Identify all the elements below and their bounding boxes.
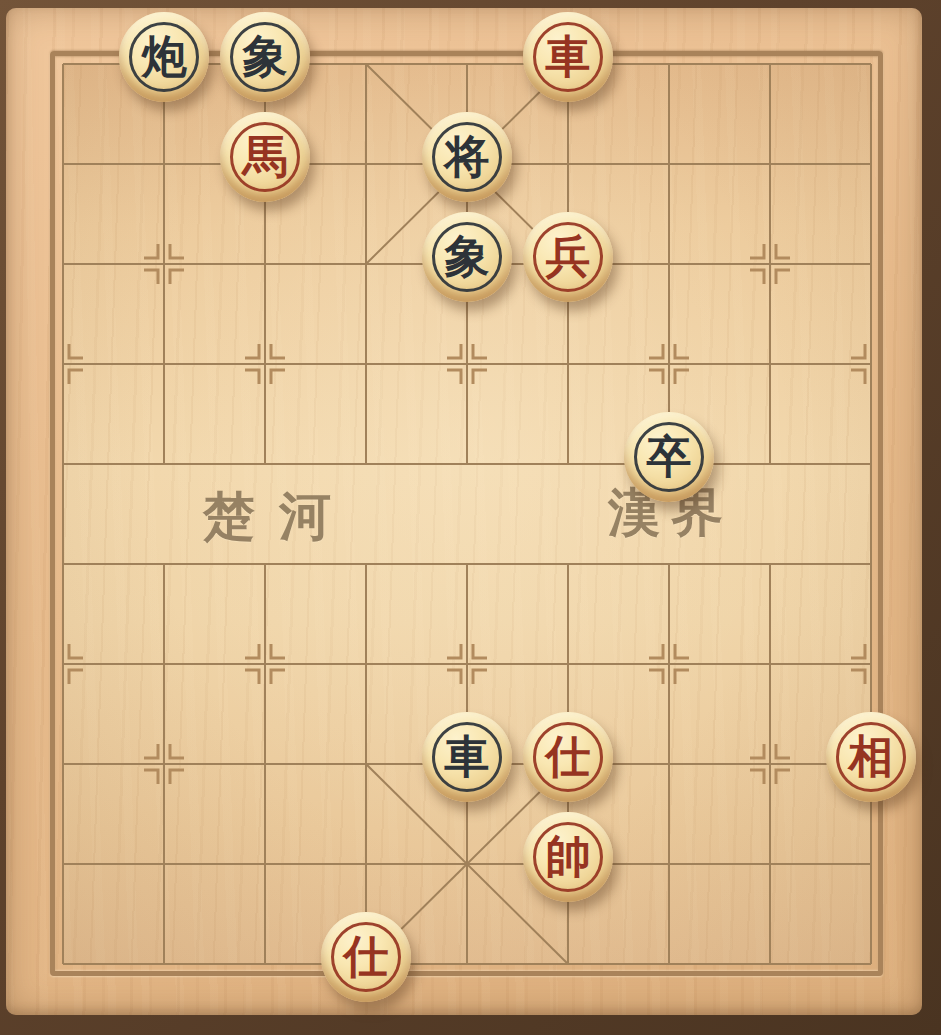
black-elephant[interactable]: 象: [422, 212, 512, 302]
black-general[interactable]: 将: [422, 112, 512, 202]
xiangqi-board[interactable]: 楚河 漢界 炮象馬車将象兵卒車仕帥相仕: [63, 64, 871, 964]
red-advisor[interactable]: 仕: [523, 712, 613, 802]
river-label-left: 楚河: [203, 488, 355, 544]
red-soldier[interactable]: 兵: [523, 212, 613, 302]
piece-glyph: 炮: [119, 12, 209, 102]
piece-glyph: 車: [422, 712, 512, 802]
piece-glyph: 兵: [523, 212, 613, 302]
red-chariot[interactable]: 車: [523, 12, 613, 102]
red-elephant[interactable]: 相: [826, 712, 916, 802]
piece-glyph: 仕: [523, 712, 613, 802]
piece-glyph: 将: [422, 112, 512, 202]
piece-glyph: 卒: [624, 412, 714, 502]
black-chariot[interactable]: 車: [422, 712, 512, 802]
piece-glyph: 車: [523, 12, 613, 102]
xiangqi-app: 楚河 漢界 炮象馬車将象兵卒車仕帥相仕: [0, 0, 941, 1035]
black-cannon[interactable]: 炮: [119, 12, 209, 102]
piece-glyph: 相: [826, 712, 916, 802]
piece-glyph: 帥: [523, 812, 613, 902]
piece-glyph: 馬: [220, 112, 310, 202]
red-general[interactable]: 帥: [523, 812, 613, 902]
black-elephant[interactable]: 象: [220, 12, 310, 102]
piece-glyph: 象: [220, 12, 310, 102]
black-soldier[interactable]: 卒: [624, 412, 714, 502]
red-horse[interactable]: 馬: [220, 112, 310, 202]
piece-glyph: 象: [422, 212, 512, 302]
piece-glyph: 仕: [321, 912, 411, 1002]
red-advisor[interactable]: 仕: [321, 912, 411, 1002]
